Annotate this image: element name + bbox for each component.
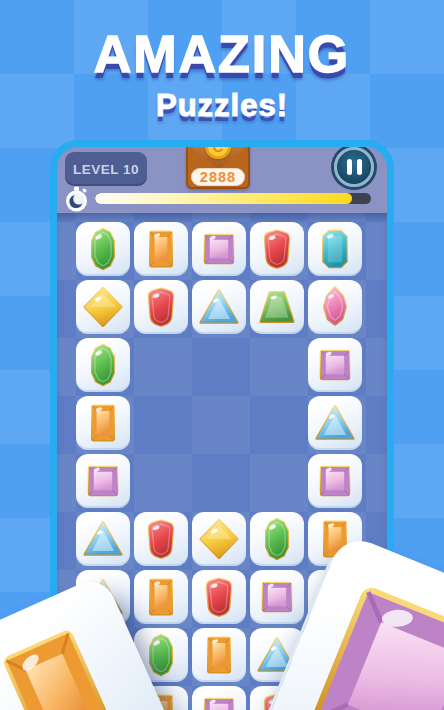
grid-tile-r1c3-pink-square[interactable]	[192, 222, 246, 276]
orange-rect-gem-icon	[137, 225, 185, 273]
blue-triangle-gem-icon	[79, 515, 127, 563]
coin-count: 2888	[191, 168, 245, 186]
pink-teardrop-gem-icon	[311, 283, 359, 331]
grid-tile-r9c3-pink-square[interactable]	[192, 686, 246, 710]
pause-icon	[357, 159, 362, 175]
empty-cell-r4c3	[192, 396, 246, 450]
grid-tile-r3c5-pink-square[interactable]	[308, 338, 362, 392]
empty-cell-r3c2	[134, 338, 188, 392]
empty-cell-r3c3	[192, 338, 246, 392]
empty-cell-r5c4	[250, 454, 304, 508]
red-shield-gem-icon	[195, 573, 243, 621]
red-shield-gem-icon	[137, 283, 185, 331]
yellow-diamond-gem-icon	[195, 515, 243, 563]
grid-tile-r2c3-blue-triangle[interactable]	[192, 280, 246, 334]
pause-icon	[347, 159, 352, 175]
green-oval-gem-icon	[79, 341, 127, 389]
stopwatch-icon	[63, 186, 90, 213]
green-oval-gem-icon	[79, 225, 127, 273]
coin-envelope-button[interactable]: C 2888	[186, 143, 250, 189]
grid-tile-r1c2-orange-rect[interactable]	[134, 222, 188, 276]
grid-tile-r2c2-red-shield[interactable]	[134, 280, 188, 334]
grid-tile-r6c1-blue-triangle[interactable]	[76, 512, 130, 566]
grid-tile-r2c1-yellow-diamond[interactable]	[76, 280, 130, 334]
pink-square-gem-icon	[195, 689, 243, 710]
grid-tile-r5c1-pink-square[interactable]	[76, 454, 130, 508]
grid-tile-r2c4-green-trapezoid[interactable]	[250, 280, 304, 334]
empty-cell-r4c2	[134, 396, 188, 450]
empty-cell-r5c3	[192, 454, 246, 508]
grid-tile-r2c5-pink-teardrop[interactable]	[308, 280, 362, 334]
green-oval-gem-icon	[253, 515, 301, 563]
grid-tile-r1c1-green-oval[interactable]	[76, 222, 130, 276]
blue-triangle-gem-icon	[311, 399, 359, 447]
pink-square-gem-icon	[311, 457, 359, 505]
grid-tile-r4c1-orange-rect[interactable]	[76, 396, 130, 450]
grid-tile-r1c5-teal-octagon[interactable]	[308, 222, 362, 276]
orange-rect-gem-icon	[79, 399, 127, 447]
red-shield-gem-icon	[137, 515, 185, 563]
empty-cell-r4c4	[250, 396, 304, 450]
game-screen: AMAZING Puzzles! LEVEL 10 C 2888	[0, 0, 444, 710]
pause-button[interactable]	[334, 147, 374, 187]
teal-octagon-gem-icon	[311, 225, 359, 273]
title-block: AMAZING Puzzles!	[0, 0, 444, 124]
grid-tile-r5c5-pink-square[interactable]	[308, 454, 362, 508]
red-shield-gem-icon	[253, 225, 301, 273]
grid-tile-r6c4-green-oval[interactable]	[250, 512, 304, 566]
coin-icon: C	[205, 140, 231, 159]
yellow-diamond-gem-icon	[79, 283, 127, 331]
pink-square-gem-icon	[195, 225, 243, 273]
empty-cell-r5c2	[134, 454, 188, 508]
grid-tile-r6c3-yellow-diamond[interactable]	[192, 512, 246, 566]
blue-triangle-gem-icon	[195, 283, 243, 331]
timer-bar	[95, 193, 371, 204]
title-line2: Puzzles!	[0, 88, 444, 124]
empty-cell-r3c4	[250, 338, 304, 392]
pink-square-gem-icon	[79, 457, 127, 505]
pink-square-gem-icon	[253, 573, 301, 621]
orange-rect-gem-icon	[137, 573, 185, 621]
grid-tile-r7c3-red-shield[interactable]	[192, 570, 246, 624]
title-line1: AMAZING	[0, 0, 444, 84]
green-trapezoid-gem-icon	[253, 283, 301, 331]
orange-rect-gem-icon	[195, 631, 243, 679]
grid-tile-r3c1-green-oval[interactable]	[76, 338, 130, 392]
grid-tile-r1c4-red-shield[interactable]	[250, 222, 304, 276]
grid-tile-r8c3-orange-rect[interactable]	[192, 628, 246, 682]
grid-tile-r6c2-red-shield[interactable]	[134, 512, 188, 566]
grid-tile-r7c2-orange-rect[interactable]	[134, 570, 188, 624]
timer-fill	[95, 193, 352, 204]
level-badge: LEVEL 10	[65, 152, 147, 186]
grid-tile-r7c4-pink-square[interactable]	[250, 570, 304, 624]
grid-tile-r4c5-blue-triangle[interactable]	[308, 396, 362, 450]
timer-row	[57, 185, 387, 215]
pink-square-gem-icon	[311, 341, 359, 389]
